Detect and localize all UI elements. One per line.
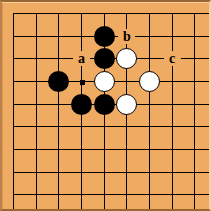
board-edge-corner xyxy=(206,206,209,209)
board-cell xyxy=(25,183,48,206)
board-cell xyxy=(25,2,48,25)
board-cell xyxy=(47,183,70,206)
board-edge-continuation xyxy=(206,161,209,184)
board-edge-continuation xyxy=(206,47,209,70)
board-cell xyxy=(47,93,70,116)
board-cell xyxy=(138,115,161,138)
board-cell xyxy=(47,115,70,138)
board-cell xyxy=(138,93,161,116)
board-edge-continuation xyxy=(93,206,116,209)
board-cell xyxy=(25,47,48,70)
board-cell xyxy=(138,183,161,206)
board-cell xyxy=(25,161,48,184)
go-diagram-frame: abc xyxy=(0,0,211,211)
board-cell xyxy=(183,70,206,93)
board-cell xyxy=(47,2,70,25)
board-cell xyxy=(47,161,70,184)
board-edge-continuation xyxy=(206,138,209,161)
go-board: abc xyxy=(2,2,209,209)
board-cell xyxy=(161,138,184,161)
board-cell xyxy=(2,138,25,161)
point-label-c: c xyxy=(164,51,181,66)
board-edge-continuation xyxy=(206,93,209,116)
board-cell xyxy=(183,93,206,116)
board-cell xyxy=(25,70,48,93)
board-edge-continuation xyxy=(206,2,209,25)
white-stone xyxy=(139,71,160,92)
hoshi-marker xyxy=(80,80,85,85)
board-cell xyxy=(47,47,70,70)
black-stone xyxy=(94,48,115,69)
board-edge-continuation xyxy=(47,206,70,209)
board-cell xyxy=(2,93,25,116)
white-stone xyxy=(116,94,137,115)
board-cell xyxy=(115,183,138,206)
board-cell xyxy=(161,2,184,25)
board-cell xyxy=(93,115,116,138)
board-cell xyxy=(138,47,161,70)
board-cell xyxy=(138,25,161,48)
board-cell xyxy=(161,183,184,206)
board-cell xyxy=(25,138,48,161)
board-edge-continuation xyxy=(25,206,48,209)
board-cell xyxy=(183,115,206,138)
board-cell xyxy=(161,115,184,138)
board-cell xyxy=(138,161,161,184)
board-cell xyxy=(115,2,138,25)
point-label-a: a xyxy=(73,51,90,66)
board-cell xyxy=(70,183,93,206)
point-label-b: b xyxy=(118,29,135,44)
board-edge-continuation xyxy=(183,206,206,209)
board-cell xyxy=(183,25,206,48)
board-edge-continuation xyxy=(70,206,93,209)
black-stone xyxy=(94,94,115,115)
board-cell xyxy=(138,138,161,161)
board-cell xyxy=(2,161,25,184)
board-cell xyxy=(161,93,184,116)
board-edge-continuation xyxy=(115,206,138,209)
board-cell xyxy=(25,115,48,138)
board-cell xyxy=(93,183,116,206)
board-cell xyxy=(138,2,161,25)
board-cell xyxy=(70,25,93,48)
board-edge-continuation xyxy=(206,115,209,138)
board-cell xyxy=(183,47,206,70)
board-cell xyxy=(25,25,48,48)
board-cell xyxy=(93,138,116,161)
board-cell xyxy=(161,25,184,48)
board-edge-continuation xyxy=(206,70,209,93)
board-cell xyxy=(47,25,70,48)
board-cell xyxy=(2,25,25,48)
board-cell xyxy=(183,2,206,25)
board-cell xyxy=(183,183,206,206)
board-edge-continuation xyxy=(138,206,161,209)
board-edge-continuation xyxy=(161,206,184,209)
board-cell xyxy=(70,115,93,138)
board-edge-continuation xyxy=(2,206,25,209)
board-cell xyxy=(70,138,93,161)
black-stone xyxy=(71,94,92,115)
board-cell xyxy=(70,2,93,25)
board-cell xyxy=(115,161,138,184)
board-cell xyxy=(183,161,206,184)
board-cell xyxy=(2,47,25,70)
board-cell xyxy=(2,2,25,25)
board-cell xyxy=(93,161,116,184)
board-cell xyxy=(2,115,25,138)
white-stone xyxy=(94,71,115,92)
board-cell xyxy=(2,183,25,206)
board-cell xyxy=(115,138,138,161)
board-cell xyxy=(2,70,25,93)
board-cell xyxy=(47,138,70,161)
board-cell xyxy=(161,70,184,93)
board-cell xyxy=(115,115,138,138)
board-cell xyxy=(25,93,48,116)
board-cell xyxy=(161,161,184,184)
board-edge-continuation xyxy=(206,183,209,206)
board-cell xyxy=(93,2,116,25)
board-cell xyxy=(70,161,93,184)
board-cell xyxy=(115,70,138,93)
board-cell xyxy=(183,138,206,161)
board-edge-continuation xyxy=(206,25,209,48)
black-stone xyxy=(94,26,115,47)
